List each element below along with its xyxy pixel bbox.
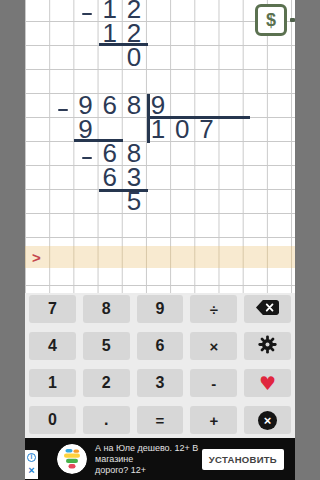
key-plus[interactable]: + bbox=[190, 406, 237, 434]
backspace-button[interactable] bbox=[244, 295, 291, 323]
key-4[interactable]: 4 bbox=[29, 332, 76, 360]
ad-text: А на Юле дешево. 12+ В магазине дорого? … bbox=[95, 443, 202, 476]
keypad: 789÷456×123-♥0.=+× bbox=[25, 293, 295, 438]
worksheet-digit: 1 bbox=[98, 21, 122, 45]
key-7[interactable]: 7 bbox=[29, 295, 76, 323]
money-button[interactable]: $ bbox=[255, 4, 287, 36]
close-button[interactable]: × bbox=[244, 406, 291, 434]
worksheet-minus-sign bbox=[82, 157, 92, 160]
adchoices-overlay[interactable]: i × bbox=[25, 450, 38, 479]
heart-icon: ♥ bbox=[259, 374, 276, 393]
ad-info-icon[interactable]: i bbox=[27, 453, 36, 462]
ad-banner[interactable]: А на Юле дешево. 12+ В магазине дорого? … bbox=[25, 438, 295, 480]
key-equals[interactable]: = bbox=[137, 406, 184, 434]
key-9[interactable]: 9 bbox=[137, 295, 184, 323]
key-1[interactable]: 1 bbox=[29, 369, 76, 397]
division-rule-line bbox=[147, 116, 250, 119]
worksheet-digit: 8 bbox=[122, 93, 146, 117]
ad-close-icon[interactable]: × bbox=[28, 465, 34, 476]
division-rule-line bbox=[74, 139, 123, 142]
worksheet-minus-sign bbox=[82, 13, 92, 16]
key-dot[interactable]: . bbox=[83, 406, 130, 434]
backspace-icon bbox=[256, 300, 279, 319]
dollar-icon: $ bbox=[266, 10, 276, 31]
close-icon: × bbox=[258, 411, 277, 430]
division-rule-line bbox=[99, 43, 148, 46]
worksheet-digit: 9 bbox=[73, 117, 97, 141]
input-prompt-icon: > bbox=[32, 249, 41, 266]
ad-text-line2: дорого? 12+ bbox=[95, 465, 202, 476]
app-screen: $ > 121209689910768635 789÷456×123-♥0.=+… bbox=[25, 0, 295, 480]
worksheet-minus-sign bbox=[58, 109, 68, 112]
install-button[interactable]: УСТАНОВИТЬ bbox=[202, 449, 284, 470]
key-2[interactable]: 2 bbox=[83, 369, 130, 397]
worksheet-digit: 7 bbox=[194, 117, 218, 141]
division-rule-line bbox=[99, 189, 148, 192]
key-5[interactable]: 5 bbox=[83, 332, 130, 360]
settings-button[interactable] bbox=[244, 332, 291, 360]
key-divide[interactable]: ÷ bbox=[190, 295, 237, 323]
worksheet-digit: 6 bbox=[98, 93, 122, 117]
answer-input-line[interactable]: > bbox=[25, 246, 295, 268]
gear-icon bbox=[258, 335, 277, 358]
key-0[interactable]: 0 bbox=[29, 406, 76, 434]
worksheet-digit: 0 bbox=[122, 45, 146, 69]
favorite-button[interactable]: ♥ bbox=[244, 369, 291, 397]
key-multiply[interactable]: × bbox=[190, 332, 237, 360]
ad-text-line1: А на Юле дешево. 12+ В магазине bbox=[95, 443, 202, 465]
worksheet-digit: 0 bbox=[170, 117, 194, 141]
key-minus[interactable]: - bbox=[190, 369, 237, 397]
key-3[interactable]: 3 bbox=[137, 369, 184, 397]
key-6[interactable]: 6 bbox=[137, 332, 184, 360]
screen-edge-mark bbox=[290, 18, 295, 22]
advertiser-app-icon bbox=[57, 444, 87, 474]
worksheet-digit: 6 bbox=[98, 165, 122, 189]
worksheet-grid: $ > 121209689910768635 bbox=[25, 0, 295, 293]
key-8[interactable]: 8 bbox=[83, 295, 130, 323]
worksheet-digit: 5 bbox=[122, 189, 146, 213]
